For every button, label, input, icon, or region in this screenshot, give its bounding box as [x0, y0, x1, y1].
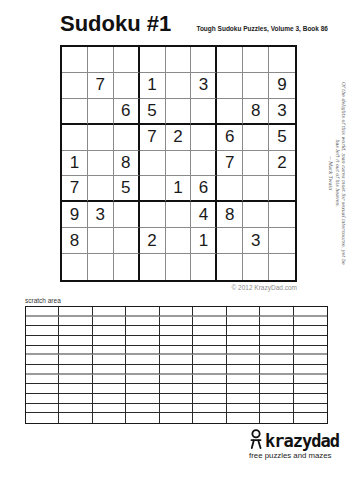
- krazydad-logo: krazydad free puzzles and mazes: [249, 428, 339, 460]
- scratch-cell-r11c7[interactable]: [227, 404, 260, 414]
- sudoku-cell-r7c3[interactable]: [114, 202, 140, 228]
- scratch-cell-r3c6[interactable]: [193, 326, 226, 336]
- scratch-cell-r10c8[interactable]: [260, 394, 293, 404]
- scratch-cell-r5c3[interactable]: [93, 346, 126, 356]
- sudoku-cell-r9c1[interactable]: [62, 254, 88, 280]
- scratch-cell-r3c1[interactable]: [26, 326, 59, 336]
- scratch-cell-r11c6[interactable]: [193, 404, 226, 414]
- scratch-cell-r6c7[interactable]: [227, 355, 260, 365]
- scratch-cell-r12c1[interactable]: [26, 413, 59, 423]
- sudoku-cell-r5c9: 2: [269, 151, 295, 177]
- sudoku-cell-r3c4: 5: [140, 99, 166, 125]
- sudoku-cell-r6c6: 6: [191, 176, 217, 202]
- puzzle-page: Sudoku #1 Tough Sudoku Puzzles, Volume 3…: [0, 0, 358, 480]
- scratch-cell-r1c6[interactable]: [193, 307, 226, 317]
- sudoku-cell-r8c8: 3: [243, 228, 269, 254]
- scratch-cell-r9c8[interactable]: [260, 384, 293, 394]
- scratch-cell-r12c9[interactable]: [294, 413, 327, 423]
- scratch-cell-r5c8[interactable]: [260, 346, 293, 356]
- scratch-cell-r3c5[interactable]: [160, 326, 193, 336]
- sudoku-cell-r8c6: 1: [191, 228, 217, 254]
- scratch-cell-r4c6[interactable]: [193, 336, 226, 346]
- scratch-cell-r3c8[interactable]: [260, 326, 293, 336]
- sudoku-cell-r2c1[interactable]: [62, 73, 88, 99]
- scratch-area-grid: [25, 306, 328, 424]
- scratch-cell-r11c9[interactable]: [294, 404, 327, 414]
- scratch-cell-r12c8[interactable]: [260, 413, 293, 423]
- page-subtitle: Tough Sudoku Puzzles, Volume 3, Book 86: [196, 25, 328, 32]
- scratch-cell-r5c9[interactable]: [294, 346, 327, 356]
- sudoku-cell-r1c4[interactable]: [140, 47, 166, 73]
- sudoku-cell-r9c5[interactable]: [166, 254, 192, 280]
- scratch-cell-r9c1[interactable]: [26, 384, 59, 394]
- sudoku-cell-r4c3[interactable]: [114, 125, 140, 151]
- sudoku-cell-r5c1: 1: [62, 151, 88, 177]
- scratch-cell-r1c7[interactable]: [227, 307, 260, 317]
- scratch-cell-r4c4[interactable]: [126, 336, 159, 346]
- sudoku-cell-r8c1: 8: [62, 228, 88, 254]
- sudoku-board: 7139658372651872751693488213: [60, 45, 297, 282]
- sudoku-cell-r3c3: 6: [114, 99, 140, 125]
- scratch-cell-r12c3[interactable]: [93, 413, 126, 423]
- scratch-cell-r4c5[interactable]: [160, 336, 193, 346]
- sudoku-cell-r5c7: 7: [217, 151, 243, 177]
- scratch-cell-r8c8[interactable]: [260, 375, 293, 385]
- sudoku-cell-r7c6: 4: [191, 202, 217, 228]
- scratch-cell-r1c4[interactable]: [126, 307, 159, 317]
- sudoku-cell-r6c8[interactable]: [243, 176, 269, 202]
- sudoku-cell-r7c7: 8: [217, 202, 243, 228]
- sudoku-cell-r3c9: 3: [269, 99, 295, 125]
- scratch-cell-r10c5[interactable]: [160, 394, 193, 404]
- scratch-cell-r1c9[interactable]: [294, 307, 327, 317]
- scratch-cell-r2c1[interactable]: [26, 317, 59, 327]
- sudoku-cell-r4c6[interactable]: [191, 125, 217, 151]
- scratch-cell-r7c3[interactable]: [93, 365, 126, 375]
- sudoku-cell-r2c6: 3: [191, 73, 217, 99]
- scratch-cell-r9c5[interactable]: [160, 384, 193, 394]
- scratch-cell-r4c2[interactable]: [59, 336, 92, 346]
- sudoku-cell-r4c2[interactable]: [88, 125, 114, 151]
- sudoku-cell-r5c6[interactable]: [191, 151, 217, 177]
- scratch-cell-r2c3[interactable]: [93, 317, 126, 327]
- quote-line2: has left it out of his heaven.: [334, 139, 339, 207]
- scratch-cell-r10c6[interactable]: [193, 394, 226, 404]
- scratch-cell-r7c2[interactable]: [59, 365, 92, 375]
- scratch-cell-r10c1[interactable]: [26, 394, 59, 404]
- sudoku-cell-r1c1[interactable]: [62, 47, 88, 73]
- sudoku-cell-r1c2[interactable]: [88, 47, 114, 73]
- sudoku-cell-r6c2[interactable]: [88, 176, 114, 202]
- sudoku-cell-r3c5[interactable]: [166, 99, 192, 125]
- logo-tagline: free puzzles and mazes: [249, 451, 339, 460]
- scratch-cell-r2c9[interactable]: [294, 317, 327, 327]
- scratch-cell-r11c2[interactable]: [59, 404, 92, 414]
- sudoku-cell-r7c1: 9: [62, 202, 88, 228]
- sudoku-cell-r7c2: 3: [88, 202, 114, 228]
- sudoku-cell-r3c8: 8: [243, 99, 269, 125]
- scratch-cell-r12c2[interactable]: [59, 413, 92, 423]
- sudoku-cell-r6c3: 5: [114, 176, 140, 202]
- scratch-cell-r1c1[interactable]: [26, 307, 59, 317]
- sudoku-cell-r7c8[interactable]: [243, 202, 269, 228]
- margin-quote: Of the delights of this world, man cares…: [326, 56, 345, 291]
- sudoku-cell-r9c9[interactable]: [269, 254, 295, 280]
- sudoku-cell-r2c7[interactable]: [217, 73, 243, 99]
- sudoku-cell-r9c3[interactable]: [114, 254, 140, 280]
- sudoku-cell-r6c9[interactable]: [269, 176, 295, 202]
- scratch-cell-r7c1[interactable]: [26, 365, 59, 375]
- sudoku-cell-r2c5[interactable]: [166, 73, 192, 99]
- scratch-cell-r9c7[interactable]: [227, 384, 260, 394]
- sudoku-cell-r6c1: 7: [62, 176, 88, 202]
- scratch-cell-r1c2[interactable]: [59, 307, 92, 317]
- scratch-cell-r6c6[interactable]: [193, 355, 226, 365]
- scratch-cell-r12c5[interactable]: [160, 413, 193, 423]
- sudoku-cell-r7c4[interactable]: [140, 202, 166, 228]
- quote-line1: Of the delights of this world, man cares…: [341, 82, 346, 265]
- scratch-cell-r1c3[interactable]: [93, 307, 126, 317]
- sudoku-cell-r2c9: 9: [269, 73, 295, 99]
- sudoku-cell-r5c2[interactable]: [88, 151, 114, 177]
- scratch-cell-r12c6[interactable]: [193, 413, 226, 423]
- sudoku-cell-r1c7[interactable]: [217, 47, 243, 73]
- scratch-cell-r3c9[interactable]: [294, 326, 327, 336]
- scratch-cell-r10c7[interactable]: [227, 394, 260, 404]
- sudoku-cell-r9c4[interactable]: [140, 254, 166, 280]
- scratch-cell-r3c7[interactable]: [227, 326, 260, 336]
- scratch-cell-r6c3[interactable]: [93, 355, 126, 365]
- scratch-cell-r8c1[interactable]: [26, 375, 59, 385]
- scratch-cell-r7c6[interactable]: [193, 365, 226, 375]
- sudoku-cell-r8c4: 2: [140, 228, 166, 254]
- sudoku-cell-r6c7[interactable]: [217, 176, 243, 202]
- scratch-cell-r2c5[interactable]: [160, 317, 193, 327]
- scratch-cell-r4c1[interactable]: [26, 336, 59, 346]
- sudoku-cell-r5c3: 8: [114, 151, 140, 177]
- scratch-cell-r2c6[interactable]: [193, 317, 226, 327]
- sudoku-cell-r7c9[interactable]: [269, 202, 295, 228]
- sudoku-cell-r5c5[interactable]: [166, 151, 192, 177]
- scratch-cell-r5c4[interactable]: [126, 346, 159, 356]
- scratch-cell-r7c4[interactable]: [126, 365, 159, 375]
- scratch-cell-r3c3[interactable]: [93, 326, 126, 336]
- scratch-cell-r9c9[interactable]: [294, 384, 327, 394]
- scratch-area-label: scratch area: [25, 297, 61, 304]
- scratch-cell-r9c2[interactable]: [59, 384, 92, 394]
- scratch-cell-r7c7[interactable]: [227, 365, 260, 375]
- sudoku-cell-r9c6[interactable]: [191, 254, 217, 280]
- sudoku-cell-r9c8[interactable]: [243, 254, 269, 280]
- scratch-cell-r5c6[interactable]: [193, 346, 226, 356]
- scratch-cell-r2c4[interactable]: [126, 317, 159, 327]
- scratch-cell-r11c1[interactable]: [26, 404, 59, 414]
- sudoku-cell-r2c4: 1: [140, 73, 166, 99]
- scratch-cell-r12c4[interactable]: [126, 413, 159, 423]
- scratch-cell-r11c3[interactable]: [93, 404, 126, 414]
- sudoku-cell-r1c5[interactable]: [166, 47, 192, 73]
- sudoku-cell-r6c5: 1: [166, 176, 192, 202]
- sudoku-cell-r6c4[interactable]: [140, 176, 166, 202]
- krazydad-wordmark: krazydad: [265, 433, 339, 450]
- sudoku-cell-r1c6[interactable]: [191, 47, 217, 73]
- sudoku-cell-r2c2: 7: [88, 73, 114, 99]
- sudoku-cell-r1c8[interactable]: [243, 47, 269, 73]
- scratch-cell-r6c4[interactable]: [126, 355, 159, 365]
- page-title: Sudoku #1: [60, 11, 171, 37]
- scratch-cell-r10c9[interactable]: [294, 394, 327, 404]
- sudoku-cell-r2c3[interactable]: [114, 73, 140, 99]
- scratch-cell-r11c8[interactable]: [260, 404, 293, 414]
- scratch-cell-r8c6[interactable]: [193, 375, 226, 385]
- sudoku-cell-r5c8[interactable]: [243, 151, 269, 177]
- scratch-cell-r10c3[interactable]: [93, 394, 126, 404]
- sudoku-cell-r2c8[interactable]: [243, 73, 269, 99]
- scratch-cell-r8c4[interactable]: [126, 375, 159, 385]
- scratch-cell-r8c2[interactable]: [59, 375, 92, 385]
- scratch-cell-r2c8[interactable]: [260, 317, 293, 327]
- scratch-cell-r11c4[interactable]: [126, 404, 159, 414]
- scratch-cell-r7c8[interactable]: [260, 365, 293, 375]
- scratch-cell-r8c9[interactable]: [294, 375, 327, 385]
- sudoku-cell-r9c2[interactable]: [88, 254, 114, 280]
- sudoku-cell-r3c7[interactable]: [217, 99, 243, 125]
- sudoku-cell-r3c2[interactable]: [88, 99, 114, 125]
- scratch-cell-r9c4[interactable]: [126, 384, 159, 394]
- scratch-cell-r6c5[interactable]: [160, 355, 193, 365]
- sudoku-cell-r4c8[interactable]: [243, 125, 269, 151]
- sudoku-cell-r8c7[interactable]: [217, 228, 243, 254]
- sudoku-cell-r1c9[interactable]: [269, 47, 295, 73]
- sudoku-cell-r7c5[interactable]: [166, 202, 192, 228]
- sudoku-cell-r4c5: 2: [166, 125, 192, 151]
- scratch-cell-r6c9[interactable]: [294, 355, 327, 365]
- scratch-cell-r7c5[interactable]: [160, 365, 193, 375]
- scratch-cell-r8c3[interactable]: [93, 375, 126, 385]
- scratch-cell-r5c1[interactable]: [26, 346, 59, 356]
- scratch-cell-r8c5[interactable]: [160, 375, 193, 385]
- scratch-cell-r4c8[interactable]: [260, 336, 293, 346]
- scratch-cell-r10c2[interactable]: [59, 394, 92, 404]
- scratch-cell-r3c4[interactable]: [126, 326, 159, 336]
- scratch-cell-r1c5[interactable]: [160, 307, 193, 317]
- quote-attribution: -- Mark Twain: [328, 156, 333, 190]
- scratch-cell-r9c3[interactable]: [93, 384, 126, 394]
- sudoku-cell-r4c1[interactable]: [62, 125, 88, 151]
- scratch-cell-r11c5[interactable]: [160, 404, 193, 414]
- scratch-cell-r4c7[interactable]: [227, 336, 260, 346]
- sudoku-cell-r8c2[interactable]: [88, 228, 114, 254]
- scratch-cell-r9c6[interactable]: [193, 384, 226, 394]
- scratch-cell-r7c9[interactable]: [294, 365, 327, 375]
- scratch-cell-r1c8[interactable]: [260, 307, 293, 317]
- sudoku-cell-r8c9[interactable]: [269, 228, 295, 254]
- scratch-cell-r6c8[interactable]: [260, 355, 293, 365]
- scratch-cell-r2c7[interactable]: [227, 317, 260, 327]
- sudoku-cell-r4c7: 6: [217, 125, 243, 151]
- sudoku-cell-r8c5[interactable]: [166, 228, 192, 254]
- scratch-cell-r2c2[interactable]: [59, 317, 92, 327]
- sudoku-cell-r8c3[interactable]: [114, 228, 140, 254]
- sudoku-cell-r1c3[interactable]: [114, 47, 140, 73]
- sudoku-cell-r3c1[interactable]: [62, 99, 88, 125]
- scratch-cell-r12c7[interactable]: [227, 413, 260, 423]
- scratch-cell-r5c5[interactable]: [160, 346, 193, 356]
- copyright-text: © 2012 KrazyDad.com: [232, 284, 298, 291]
- sudoku-cell-r5c4[interactable]: [140, 151, 166, 177]
- sudoku-cell-r9c7[interactable]: [217, 254, 243, 280]
- scratch-cell-r8c7[interactable]: [227, 375, 260, 385]
- scratch-cell-r5c2[interactable]: [59, 346, 92, 356]
- sudoku-cell-r3c6[interactable]: [191, 99, 217, 125]
- scratch-cell-r6c1[interactable]: [26, 355, 59, 365]
- scratch-cell-r6c2[interactable]: [59, 355, 92, 365]
- scratch-cell-r5c7[interactable]: [227, 346, 260, 356]
- krazydad-dad-icon: [249, 428, 263, 450]
- scratch-cell-r4c3[interactable]: [93, 336, 126, 346]
- scratch-cell-r3c2[interactable]: [59, 326, 92, 336]
- scratch-cell-r4c9[interactable]: [294, 336, 327, 346]
- scratch-cell-r10c4[interactable]: [126, 394, 159, 404]
- sudoku-cell-r4c4: 7: [140, 125, 166, 151]
- sudoku-cell-r4c9: 5: [269, 125, 295, 151]
